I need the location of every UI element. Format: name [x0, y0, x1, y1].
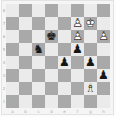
white-pawn-glyph: ♙	[97, 30, 110, 43]
square-e2[interactable]	[58, 82, 71, 95]
white-bishop[interactable]: ♝♗	[84, 82, 97, 95]
square-c8[interactable]	[32, 4, 45, 17]
square-b6[interactable]	[19, 30, 32, 43]
square-c5[interactable]: ♞	[32, 43, 45, 56]
square-b5[interactable]	[19, 43, 32, 56]
square-h6[interactable]: ♟♙	[97, 30, 110, 43]
square-c2[interactable]	[32, 82, 45, 95]
rank-label-3: 3	[2, 69, 6, 82]
square-a8[interactable]	[6, 4, 19, 17]
square-g7[interactable]: ♚♔	[84, 17, 97, 30]
square-e6[interactable]	[58, 30, 71, 43]
square-c1[interactable]	[32, 95, 45, 108]
black-pawn[interactable]: ♟	[97, 69, 110, 82]
square-g2[interactable]: ♝♗	[84, 82, 97, 95]
rank-label-6: 6	[2, 30, 6, 43]
square-a6[interactable]	[6, 30, 19, 43]
black-knight[interactable]: ♞	[32, 43, 45, 56]
square-d2[interactable]	[45, 82, 58, 95]
square-g4[interactable]: ♟	[84, 56, 97, 69]
black-king-glyph: ♚	[45, 30, 58, 43]
black-knight-glyph: ♞	[32, 43, 45, 56]
file-label-h: h	[97, 109, 110, 115]
black-pawn-glyph: ♟	[58, 56, 71, 69]
square-f3[interactable]	[71, 69, 84, 82]
square-h1[interactable]	[97, 95, 110, 108]
square-a5[interactable]	[6, 43, 19, 56]
square-h5[interactable]	[97, 43, 110, 56]
square-a7[interactable]	[6, 17, 19, 30]
square-c4[interactable]	[32, 56, 45, 69]
black-pawn-glyph: ♟	[84, 56, 97, 69]
square-f4[interactable]	[71, 56, 84, 69]
black-pawn[interactable]: ♟	[71, 43, 84, 56]
rank-label-2: 2	[2, 82, 6, 95]
square-f5[interactable]: ♟	[71, 43, 84, 56]
square-e7[interactable]	[58, 17, 71, 30]
square-g6[interactable]	[84, 30, 97, 43]
white-pawn[interactable]: ♟♙	[97, 30, 110, 43]
file-label-e: e	[58, 109, 71, 115]
square-e1[interactable]	[58, 95, 71, 108]
black-king[interactable]: ♚	[45, 30, 58, 43]
square-d5[interactable]	[45, 43, 58, 56]
white-king-glyph: ♔	[84, 17, 97, 30]
file-label-c: c	[32, 109, 45, 115]
file-label-a: a	[6, 109, 19, 115]
square-h8[interactable]	[97, 4, 110, 17]
square-b2[interactable]	[19, 82, 32, 95]
square-b4[interactable]	[19, 56, 32, 69]
white-king[interactable]: ♚♔	[84, 17, 97, 30]
square-e3[interactable]	[58, 69, 71, 82]
square-f2[interactable]	[71, 82, 84, 95]
square-d8[interactable]	[45, 4, 58, 17]
rank-label-1: 1	[2, 95, 6, 108]
file-label-g: g	[84, 109, 97, 115]
file-label-f: f	[71, 109, 84, 115]
rank-label-7: 7	[2, 17, 6, 30]
square-c3[interactable]	[32, 69, 45, 82]
square-d3[interactable]	[45, 69, 58, 82]
square-d6[interactable]: ♚	[45, 30, 58, 43]
rank-label-8: 8	[2, 4, 6, 17]
black-pawn[interactable]: ♟	[58, 56, 71, 69]
black-pawn[interactable]: ♟	[84, 56, 97, 69]
square-b1[interactable]	[19, 95, 32, 108]
rank-label-4: 4	[2, 56, 6, 69]
file-label-b: b	[19, 109, 32, 115]
square-g1[interactable]	[84, 95, 97, 108]
square-a1[interactable]	[6, 95, 19, 108]
rank-label-5: 5	[2, 43, 6, 56]
square-h2[interactable]	[97, 82, 110, 95]
square-b7[interactable]	[19, 17, 32, 30]
square-f1[interactable]	[71, 95, 84, 108]
square-a4[interactable]	[6, 56, 19, 69]
square-b8[interactable]	[19, 4, 32, 17]
square-a3[interactable]	[6, 69, 19, 82]
square-c7[interactable]	[32, 17, 45, 30]
black-pawn-glyph: ♟	[71, 43, 84, 56]
square-b3[interactable]	[19, 69, 32, 82]
square-a2[interactable]	[6, 82, 19, 95]
square-e8[interactable]	[58, 4, 71, 17]
square-e4[interactable]: ♟	[58, 56, 71, 69]
file-label-d: d	[45, 109, 58, 115]
white-bishop-glyph: ♗	[84, 82, 97, 95]
square-d1[interactable]	[45, 95, 58, 108]
square-d4[interactable]	[45, 56, 58, 69]
chess-board: ♟♙♚♔♚♟♙♟♙♞♟♟♟♟♝♗	[6, 4, 110, 108]
square-h3[interactable]: ♟	[97, 69, 110, 82]
chess-board-frame: ♟♙♚♔♚♟♙♟♙♞♟♟♟♟♝♗ abcdefgh87654321	[1, 0, 114, 115]
black-pawn-glyph: ♟	[97, 69, 110, 82]
